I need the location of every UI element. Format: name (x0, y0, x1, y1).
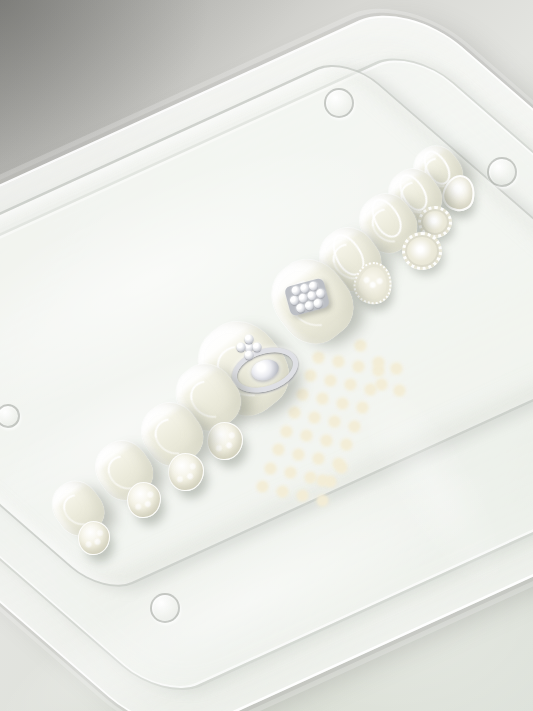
photo-stage (0, 0, 533, 711)
